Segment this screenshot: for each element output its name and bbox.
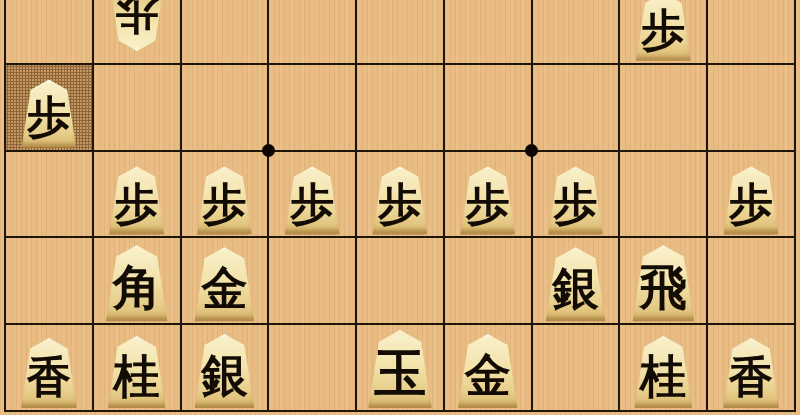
square-9g[interactable] xyxy=(6,152,92,237)
square-5f[interactable] xyxy=(357,65,443,150)
sente-pawn-6g[interactable]: 歩 xyxy=(284,166,341,234)
star-point-right xyxy=(525,144,538,157)
square-3g[interactable]: 歩 xyxy=(533,152,619,237)
square-7e[interactable] xyxy=(182,0,268,63)
sente-pawn-3g[interactable]: 歩 xyxy=(547,166,604,234)
sente-lance-1i[interactable]: 香 xyxy=(722,338,780,408)
square-9h[interactable] xyxy=(6,238,92,323)
square-3f[interactable] xyxy=(533,65,619,150)
sente-rook-2h[interactable]: 飛 xyxy=(631,245,695,321)
square-1h[interactable] xyxy=(708,238,794,323)
square-5i[interactable]: 玉 xyxy=(357,325,443,410)
sente-pawn-1g[interactable]: 歩 xyxy=(723,166,780,234)
shogi-board-grid: 歩歩歩歩歩歩歩歩歩歩角金銀飛香桂銀玉金桂香 xyxy=(4,0,796,412)
square-4h[interactable] xyxy=(445,238,531,323)
sente-pawn-2e[interactable]: 歩 xyxy=(635,0,692,61)
square-4f[interactable] xyxy=(445,65,531,150)
square-1e[interactable] xyxy=(708,0,794,63)
sente-pawn-7g[interactable]: 歩 xyxy=(196,166,253,234)
square-2i[interactable]: 桂 xyxy=(620,325,706,410)
square-8e[interactable]: 歩 xyxy=(94,0,180,63)
gote-pawn-8e[interactable]: 歩 xyxy=(108,0,165,51)
sente-gold-4i[interactable]: 金 xyxy=(457,334,519,408)
sente-knight-2i[interactable]: 桂 xyxy=(633,336,693,408)
square-9i[interactable]: 香 xyxy=(6,325,92,410)
square-7g[interactable]: 歩 xyxy=(182,152,268,237)
square-9e[interactable] xyxy=(6,0,92,63)
square-2h[interactable]: 飛 xyxy=(620,238,706,323)
sente-lance-9i[interactable]: 香 xyxy=(20,338,78,408)
square-5g[interactable]: 歩 xyxy=(357,152,443,237)
square-4e[interactable] xyxy=(445,0,531,63)
square-3e[interactable] xyxy=(533,0,619,63)
square-7f[interactable] xyxy=(182,65,268,150)
square-6e[interactable] xyxy=(269,0,355,63)
sente-pawn-9f[interactable]: 歩 xyxy=(20,80,77,148)
sente-knight-8i[interactable]: 桂 xyxy=(107,336,167,408)
sente-gold-7h[interactable]: 金 xyxy=(193,247,255,321)
square-4i[interactable]: 金 xyxy=(445,325,531,410)
square-8g[interactable]: 歩 xyxy=(94,152,180,237)
square-3i[interactable] xyxy=(533,325,619,410)
square-2e[interactable]: 歩 xyxy=(620,0,706,63)
square-6f[interactable] xyxy=(269,65,355,150)
square-8i[interactable]: 桂 xyxy=(94,325,180,410)
square-8h[interactable]: 角 xyxy=(94,238,180,323)
square-9f[interactable]: 歩 xyxy=(6,65,92,150)
square-1i[interactable]: 香 xyxy=(708,325,794,410)
sente-silver-3h[interactable]: 銀 xyxy=(545,247,607,321)
square-8f[interactable] xyxy=(94,65,180,150)
square-6i[interactable] xyxy=(269,325,355,410)
sente-pawn-5g[interactable]: 歩 xyxy=(371,166,428,234)
square-5e[interactable] xyxy=(357,0,443,63)
sente-silver-7i[interactable]: 銀 xyxy=(193,334,255,408)
square-1g[interactable]: 歩 xyxy=(708,152,794,237)
sente-pawn-4g[interactable]: 歩 xyxy=(459,166,516,234)
square-7i[interactable]: 銀 xyxy=(182,325,268,410)
square-4g[interactable]: 歩 xyxy=(445,152,531,237)
square-2f[interactable] xyxy=(620,65,706,150)
square-6h[interactable] xyxy=(269,238,355,323)
square-6g[interactable]: 歩 xyxy=(269,152,355,237)
square-7h[interactable]: 金 xyxy=(182,238,268,323)
sente-bishop-8h[interactable]: 角 xyxy=(105,245,169,321)
square-3h[interactable]: 銀 xyxy=(533,238,619,323)
square-1f[interactable] xyxy=(708,65,794,150)
star-point-left xyxy=(262,144,275,157)
shogi-board-screenshot: 歩歩歩歩歩歩歩歩歩歩角金銀飛香桂銀玉金桂香 xyxy=(0,0,800,418)
square-2g[interactable] xyxy=(620,152,706,237)
square-5h[interactable] xyxy=(357,238,443,323)
sente-king-5i[interactable]: 玉 xyxy=(367,330,433,408)
sente-pawn-8g[interactable]: 歩 xyxy=(108,166,165,234)
